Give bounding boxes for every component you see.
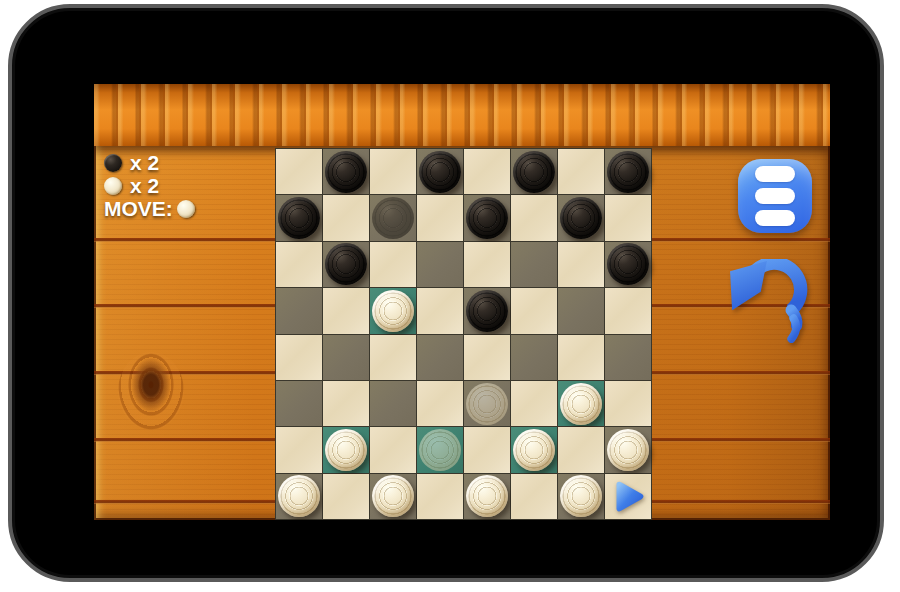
board-square[interactable] xyxy=(276,427,322,472)
light-piece[interactable] xyxy=(325,429,367,471)
dark-count-label: x 2 xyxy=(130,152,159,174)
board-square[interactable] xyxy=(464,474,510,519)
dark-piece[interactable] xyxy=(560,197,602,239)
board-square[interactable] xyxy=(370,195,416,240)
board-square[interactable] xyxy=(605,242,651,287)
board-square[interactable] xyxy=(605,288,651,333)
board-square[interactable] xyxy=(558,288,604,333)
dark-piece[interactable] xyxy=(419,151,461,193)
light-piece[interactable] xyxy=(372,290,414,332)
board-square[interactable] xyxy=(464,288,510,333)
board-square[interactable] xyxy=(511,335,557,380)
light-piece[interactable] xyxy=(466,383,508,425)
board-square[interactable] xyxy=(276,335,322,380)
dark-piece[interactable] xyxy=(325,151,367,193)
board-square[interactable] xyxy=(370,288,416,333)
board-square[interactable] xyxy=(605,335,651,380)
board-square[interactable] xyxy=(511,381,557,426)
tablet-frame: x 2 x 2 MOVE: xyxy=(8,4,884,582)
light-piece[interactable] xyxy=(560,475,602,517)
light-piece[interactable] xyxy=(607,429,649,471)
board-square[interactable] xyxy=(558,335,604,380)
dark-piece[interactable] xyxy=(607,243,649,285)
dark-piece[interactable] xyxy=(372,197,414,239)
dark-piece[interactable] xyxy=(607,151,649,193)
board-square[interactable] xyxy=(605,149,651,194)
board-square[interactable] xyxy=(511,195,557,240)
light-piece[interactable] xyxy=(372,475,414,517)
board-square[interactable] xyxy=(558,242,604,287)
board-square[interactable] xyxy=(417,427,463,472)
light-captured-counter: x 2 xyxy=(104,175,195,197)
board-square[interactable] xyxy=(323,474,369,519)
board-square[interactable] xyxy=(511,427,557,472)
play-triangle-icon[interactable] xyxy=(610,477,647,516)
light-piece[interactable] xyxy=(466,475,508,517)
light-piece-icon xyxy=(104,177,122,195)
board-square[interactable] xyxy=(370,335,416,380)
board-square[interactable] xyxy=(276,149,322,194)
light-piece[interactable] xyxy=(419,429,461,471)
board-square[interactable] xyxy=(558,149,604,194)
move-side-icon xyxy=(177,200,195,218)
board-square[interactable] xyxy=(511,288,557,333)
board-square[interactable] xyxy=(276,474,322,519)
board-square[interactable] xyxy=(464,335,510,380)
board-square[interactable] xyxy=(605,381,651,426)
dark-piece[interactable] xyxy=(325,243,367,285)
wood-knot xyxy=(118,352,184,430)
board-square[interactable] xyxy=(370,149,416,194)
board-square[interactable] xyxy=(323,288,369,333)
menu-button[interactable] xyxy=(738,159,812,233)
board-square[interactable] xyxy=(558,381,604,426)
board-square[interactable] xyxy=(276,195,322,240)
board-square[interactable] xyxy=(370,242,416,287)
checkers-board xyxy=(275,148,652,520)
board-square[interactable] xyxy=(605,427,651,472)
board-square[interactable] xyxy=(370,474,416,519)
board-square[interactable] xyxy=(323,335,369,380)
move-label: MOVE: xyxy=(104,198,173,220)
board-square[interactable] xyxy=(605,195,651,240)
hud: x 2 x 2 MOVE: xyxy=(104,152,195,221)
board-square[interactable] xyxy=(370,427,416,472)
board-square[interactable] xyxy=(417,195,463,240)
board-square[interactable] xyxy=(464,427,510,472)
undo-button[interactable] xyxy=(728,259,816,343)
screenshot-root: x 2 x 2 MOVE: xyxy=(0,0,900,592)
board-square[interactable] xyxy=(511,149,557,194)
board-square[interactable] xyxy=(558,195,604,240)
board-square[interactable] xyxy=(605,474,651,519)
board-square[interactable] xyxy=(558,474,604,519)
board-square[interactable] xyxy=(323,427,369,472)
board-square[interactable] xyxy=(417,242,463,287)
light-count-label: x 2 xyxy=(130,175,159,197)
board-square[interactable] xyxy=(323,381,369,426)
board-square[interactable] xyxy=(323,149,369,194)
light-piece[interactable] xyxy=(560,383,602,425)
board-square[interactable] xyxy=(417,149,463,194)
board-square[interactable] xyxy=(417,288,463,333)
board-square[interactable] xyxy=(323,242,369,287)
board-square[interactable] xyxy=(464,242,510,287)
dark-piece[interactable] xyxy=(278,197,320,239)
dark-piece[interactable] xyxy=(466,197,508,239)
wood-top-strip xyxy=(94,84,830,146)
board-square[interactable] xyxy=(417,474,463,519)
board-square[interactable] xyxy=(464,149,510,194)
board-square[interactable] xyxy=(370,381,416,426)
dark-piece[interactable] xyxy=(466,290,508,332)
board-square[interactable] xyxy=(417,335,463,380)
board-square[interactable] xyxy=(511,474,557,519)
board-square[interactable] xyxy=(464,381,510,426)
board-square[interactable] xyxy=(558,427,604,472)
board-square[interactable] xyxy=(323,195,369,240)
board-square[interactable] xyxy=(276,242,322,287)
light-piece[interactable] xyxy=(278,475,320,517)
dark-piece[interactable] xyxy=(513,151,555,193)
board-square[interactable] xyxy=(417,381,463,426)
move-indicator: MOVE: xyxy=(104,198,195,220)
game-screen: x 2 x 2 MOVE: xyxy=(94,84,830,520)
board-square[interactable] xyxy=(464,195,510,240)
board-square[interactable] xyxy=(276,381,322,426)
board-square[interactable] xyxy=(511,242,557,287)
dark-piece-icon xyxy=(104,154,122,172)
board-square[interactable] xyxy=(276,288,322,333)
light-piece[interactable] xyxy=(513,429,555,471)
undo-arrow-icon xyxy=(730,261,801,339)
dark-captured-counter: x 2 xyxy=(104,152,195,174)
